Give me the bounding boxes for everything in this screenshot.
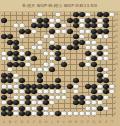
black-stone (19, 106, 24, 111)
intersection-H12[interactable] (43, 51, 49, 57)
black-stone (13, 40, 18, 45)
white-stone (91, 111, 96, 116)
black-stone (43, 18, 48, 23)
black-stone (1, 18, 6, 23)
white-stone (55, 18, 60, 23)
white-stone (61, 56, 66, 61)
white-stone (49, 100, 54, 105)
white-stone (37, 45, 42, 50)
white-stone (85, 29, 90, 34)
intersection-K16[interactable] (55, 29, 61, 35)
intersection-R2[interactable] (97, 106, 103, 112)
black-stone (55, 56, 60, 61)
game-info-text: B:何天 WGP·W:柯洁 WGP 白贴13.5目 (22, 3, 97, 8)
white-stone (19, 51, 24, 56)
white-stone (103, 56, 108, 61)
white-stone (85, 56, 90, 61)
black-stone (1, 111, 6, 116)
white-stone (103, 95, 108, 100)
white-stone (49, 34, 54, 39)
white-stone (25, 62, 30, 67)
white-stone (19, 95, 24, 100)
intersection-A18[interactable] (1, 18, 7, 24)
white-stone (103, 67, 108, 72)
white-stone (97, 18, 102, 23)
black-stone (97, 29, 102, 34)
intersection-S2[interactable] (103, 106, 109, 112)
black-stone (67, 84, 72, 89)
white-stone (25, 106, 30, 111)
black-stone (7, 73, 12, 78)
black-stone (97, 73, 102, 78)
black-stone (79, 100, 84, 105)
black-stone (25, 89, 30, 94)
white-stone (43, 62, 48, 67)
black-stone (73, 23, 78, 28)
white-stone (19, 45, 24, 50)
black-stone (13, 62, 18, 67)
black-stone (25, 29, 30, 34)
black-stone (67, 18, 72, 23)
white-stone (49, 18, 54, 23)
white-stone (13, 95, 18, 100)
black-stone (37, 84, 42, 89)
black-stone (7, 34, 12, 39)
black-stone (103, 23, 108, 28)
black-stone (73, 95, 78, 100)
black-stone (55, 111, 60, 116)
white-stone (55, 29, 60, 34)
black-stone (19, 29, 24, 34)
black-stone (25, 51, 30, 56)
intersection-P16[interactable] (85, 29, 91, 35)
black-stone (43, 23, 48, 28)
white-stone (43, 106, 48, 111)
white-stone (103, 34, 108, 39)
white-stone (109, 84, 114, 89)
white-stone (49, 89, 54, 94)
white-stone (109, 89, 114, 94)
black-stone (97, 45, 102, 50)
white-stone (1, 56, 6, 61)
white-stone (13, 73, 18, 78)
black-stone (79, 62, 84, 67)
white-stone (37, 40, 42, 45)
intersection-L4[interactable] (61, 95, 67, 101)
white-stone (103, 73, 108, 78)
white-stone (61, 111, 66, 116)
black-stone (55, 78, 60, 83)
black-stone (91, 95, 96, 100)
white-stone (73, 89, 78, 94)
black-stone (67, 45, 72, 50)
intersection-D10[interactable] (19, 62, 25, 68)
white-stone (25, 56, 30, 61)
white-stone (55, 95, 60, 100)
black-stone (43, 95, 48, 100)
black-stone (91, 18, 96, 23)
black-stone (1, 34, 6, 39)
intersection-M6[interactable] (67, 84, 73, 90)
black-stone (31, 84, 36, 89)
white-stone (19, 23, 24, 28)
white-stone (31, 18, 36, 23)
black-stone (49, 29, 54, 34)
white-stone (91, 106, 96, 111)
go-app-window: B:何天 WGP·W:柯洁 WGP 白贴13.5目 ABCDEFGHJKLMNO… (0, 0, 120, 126)
white-stone (103, 45, 108, 50)
intersection-L16[interactable] (61, 29, 67, 35)
intersection-Q10[interactable] (91, 62, 97, 68)
black-stone (61, 62, 66, 67)
white-stone (85, 40, 90, 45)
intersection-O14[interactable] (79, 40, 85, 46)
black-stone (13, 51, 18, 56)
white-stone (91, 100, 96, 105)
white-stone (91, 45, 96, 50)
black-stone (1, 95, 6, 100)
white-stone (13, 89, 18, 94)
white-stone (31, 111, 36, 116)
white-stone (79, 29, 84, 34)
white-stone (43, 67, 48, 72)
black-stone (103, 84, 108, 89)
white-stone (97, 84, 102, 89)
black-stone (49, 45, 54, 50)
white-stone (7, 56, 12, 61)
white-stone (97, 56, 102, 61)
black-stone (7, 111, 12, 116)
black-stone (37, 23, 42, 28)
black-stone (97, 78, 102, 83)
black-stone (55, 51, 60, 56)
black-stone (7, 51, 12, 56)
game-info-bar: B:何天 WGP·W:柯洁 WGP 白贴13.5目 (0, 0, 120, 12)
white-stone (85, 12, 90, 17)
black-stone (19, 56, 24, 61)
black-stone (55, 84, 60, 89)
black-stone (97, 106, 102, 111)
row-label-1: 1 (114, 111, 120, 117)
white-stone (61, 89, 66, 94)
black-stone (19, 78, 24, 83)
intersection-M16[interactable] (67, 29, 73, 35)
black-stone (37, 73, 42, 78)
white-stone (1, 84, 6, 89)
intersection-E16[interactable] (25, 29, 31, 35)
white-stone (13, 84, 18, 89)
white-stone (61, 23, 66, 28)
black-stone (13, 45, 18, 50)
black-stone (7, 89, 12, 94)
black-stone (79, 95, 84, 100)
black-stone (1, 106, 6, 111)
black-stone (79, 40, 84, 45)
black-stone (73, 34, 78, 39)
black-stone (37, 18, 42, 23)
black-stone (37, 111, 42, 116)
black-stone (97, 95, 102, 100)
white-stone (31, 45, 36, 50)
white-stone (109, 12, 114, 17)
white-stone (73, 84, 78, 89)
black-stone (25, 111, 30, 116)
black-stone (25, 95, 30, 100)
white-stone (85, 106, 90, 111)
white-stone (37, 12, 42, 17)
black-stone (7, 106, 12, 111)
black-stone (103, 12, 108, 17)
black-stone (91, 29, 96, 34)
white-stone (31, 106, 36, 111)
white-stone (13, 106, 18, 111)
white-stone (37, 89, 42, 94)
white-stone (31, 67, 36, 72)
black-stone (37, 78, 42, 83)
white-stone (97, 34, 102, 39)
black-stone (103, 29, 108, 34)
white-stone (55, 12, 60, 17)
white-stone (61, 29, 66, 34)
black-stone (31, 89, 36, 94)
white-stone (85, 95, 90, 100)
black-stone (103, 89, 108, 94)
white-stone (1, 100, 6, 105)
white-stone (37, 67, 42, 72)
white-stone (13, 23, 18, 28)
white-stone (67, 111, 72, 116)
black-stone (31, 23, 36, 28)
black-stone (85, 84, 90, 89)
black-stone (43, 100, 48, 105)
white-stone (91, 40, 96, 45)
black-stone (31, 56, 36, 61)
white-stone (79, 34, 84, 39)
go-board[interactable] (1, 12, 115, 117)
black-stone (91, 84, 96, 89)
white-stone (43, 89, 48, 94)
intersection-S4[interactable] (103, 95, 109, 101)
white-stone (43, 34, 48, 39)
black-stone (79, 12, 84, 17)
black-stone (85, 51, 90, 56)
row-labels: 19181716151413121110987654321 (114, 12, 120, 117)
black-stone (25, 84, 30, 89)
white-stone (43, 111, 48, 116)
black-stone (7, 100, 12, 105)
intersection-C10[interactable] (13, 62, 19, 68)
black-stone (91, 89, 96, 94)
white-stone (97, 89, 102, 94)
white-stone (55, 89, 60, 94)
black-stone (7, 78, 12, 83)
intersection-F16[interactable] (31, 29, 37, 35)
white-stone (49, 56, 54, 61)
black-stone (97, 51, 102, 56)
intersection-L10[interactable] (61, 62, 67, 68)
black-stone (13, 100, 18, 105)
black-stone (73, 12, 78, 17)
intersection-K4[interactable] (55, 95, 61, 101)
black-stone (97, 67, 102, 72)
black-stone (37, 95, 42, 100)
black-stone (91, 62, 96, 67)
black-stone (7, 62, 12, 67)
white-stone (49, 23, 54, 28)
white-stone (7, 67, 12, 72)
intersection-B14[interactable] (7, 40, 13, 46)
white-stone (61, 45, 66, 50)
black-stone (73, 100, 78, 105)
white-stone (49, 111, 54, 116)
black-stone (97, 12, 102, 17)
white-stone (49, 62, 54, 67)
column-label-T: T (109, 119, 115, 125)
black-stone (49, 84, 54, 89)
white-stone (43, 51, 48, 56)
white-stone (37, 100, 42, 105)
white-stone (79, 18, 84, 23)
white-stone (1, 51, 6, 56)
white-stone (97, 100, 102, 105)
black-stone (103, 78, 108, 83)
column-labels: ABCDEFGHJKLMNOPQRST (1, 119, 115, 125)
white-stone (49, 95, 54, 100)
black-stone (91, 56, 96, 61)
black-stone (49, 67, 54, 72)
intersection-M18[interactable] (67, 18, 73, 24)
black-stone (73, 40, 78, 45)
black-stone (43, 84, 48, 89)
white-stone (19, 89, 24, 94)
black-stone (85, 23, 90, 28)
white-stone (79, 111, 84, 116)
white-stone (19, 100, 24, 105)
intersection-O10[interactable] (79, 62, 85, 68)
black-stone (55, 23, 60, 28)
black-stone (103, 18, 108, 23)
white-stone (19, 34, 24, 39)
white-stone (49, 40, 54, 45)
black-stone (1, 89, 6, 94)
white-stone (13, 111, 18, 116)
black-stone (73, 78, 78, 83)
white-stone (103, 106, 108, 111)
black-stone (25, 100, 30, 105)
white-stone (61, 95, 66, 100)
intersection-E10[interactable] (25, 62, 31, 68)
black-stone (73, 45, 78, 50)
white-stone (79, 23, 84, 28)
white-stone (13, 78, 18, 83)
white-stone (31, 95, 36, 100)
black-stone (19, 62, 24, 67)
black-stone (13, 56, 18, 61)
white-stone (97, 23, 102, 28)
black-stone (1, 78, 6, 83)
white-stone (73, 111, 78, 116)
black-stone (85, 18, 90, 23)
black-stone (55, 45, 60, 50)
white-stone (31, 100, 36, 105)
white-stone (7, 84, 12, 89)
white-stone (85, 100, 90, 105)
white-stone (91, 51, 96, 56)
black-stone (19, 84, 24, 89)
white-stone (31, 29, 36, 34)
black-stone (73, 18, 78, 23)
white-stone (49, 51, 54, 56)
white-stone (85, 62, 90, 67)
white-stone (103, 51, 108, 56)
black-stone (19, 111, 24, 116)
white-stone (85, 45, 90, 50)
black-stone (91, 34, 96, 39)
intersection-P10[interactable] (85, 62, 91, 68)
black-stone (91, 23, 96, 28)
black-stone (67, 29, 72, 34)
black-stone (37, 106, 42, 111)
black-stone (1, 73, 6, 78)
white-stone (85, 111, 90, 116)
black-stone (7, 40, 12, 45)
intersection-P6[interactable] (85, 84, 91, 90)
